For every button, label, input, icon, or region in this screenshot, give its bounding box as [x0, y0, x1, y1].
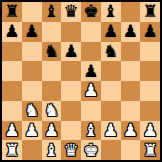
square-f1[interactable]: [101, 140, 121, 160]
black-pawn-f7[interactable]: ♟: [103, 22, 118, 41]
square-d2[interactable]: [61, 121, 81, 141]
square-c1[interactable]: ♝: [42, 140, 62, 160]
white-pawn-g2[interactable]: ♟: [123, 121, 138, 140]
square-e7[interactable]: [81, 22, 101, 42]
square-a1[interactable]: ♜: [2, 140, 22, 160]
square-g6[interactable]: [121, 42, 141, 62]
black-bishop-f8[interactable]: ♝: [103, 2, 118, 21]
white-pawn-e4[interactable]: ♟: [83, 81, 98, 100]
square-a6[interactable]: [2, 42, 22, 62]
square-c4[interactable]: [42, 81, 62, 101]
black-pawn-a7[interactable]: ♟: [4, 22, 19, 41]
square-g5[interactable]: [121, 61, 141, 81]
square-d3[interactable]: [61, 101, 81, 121]
square-f5[interactable]: [101, 61, 121, 81]
square-h6[interactable]: [140, 42, 160, 62]
square-f4[interactable]: [101, 81, 121, 101]
square-d8[interactable]: ♛: [61, 2, 81, 22]
square-g8[interactable]: [121, 2, 141, 22]
square-e6[interactable]: [81, 42, 101, 62]
square-f2[interactable]: ♟: [101, 121, 121, 141]
square-a8[interactable]: ♜: [2, 2, 22, 22]
white-bishop-e2[interactable]: ♝: [83, 121, 98, 140]
square-a2[interactable]: ♟: [2, 121, 22, 141]
square-f8[interactable]: ♝: [101, 2, 121, 22]
square-e5[interactable]: ♟: [81, 61, 101, 81]
square-g4[interactable]: [121, 81, 141, 101]
square-c7[interactable]: [42, 22, 62, 42]
white-king-e1[interactable]: ♚: [83, 141, 98, 160]
square-d5[interactable]: [61, 61, 81, 81]
white-queen-d1[interactable]: ♛: [64, 141, 79, 160]
white-bishop-c1[interactable]: ♝: [44, 141, 59, 160]
black-pawn-h7[interactable]: ♟: [143, 22, 158, 41]
square-h2[interactable]: ♟: [140, 121, 160, 141]
square-f3[interactable]: [101, 101, 121, 121]
black-pawn-d6[interactable]: ♟: [64, 42, 79, 61]
white-rook-a1[interactable]: ♜: [4, 141, 19, 160]
square-c6[interactable]: ♞: [42, 42, 62, 62]
square-d1[interactable]: ♛: [61, 140, 81, 160]
square-h8[interactable]: ♜: [140, 2, 160, 22]
black-knight-f6[interactable]: ♞: [103, 42, 118, 61]
white-pawn-a2[interactable]: ♟: [4, 121, 19, 140]
square-c2[interactable]: ♟: [42, 121, 62, 141]
square-e3[interactable]: [81, 101, 101, 121]
black-pawn-g7[interactable]: ♟: [123, 22, 138, 41]
black-queen-d8[interactable]: ♛: [64, 2, 79, 21]
square-e2[interactable]: ♝: [81, 121, 101, 141]
white-pawn-f2[interactable]: ♟: [103, 121, 118, 140]
square-b2[interactable]: ♟: [22, 121, 42, 141]
square-c5[interactable]: [42, 61, 62, 81]
black-pawn-e5[interactable]: ♟: [83, 62, 98, 81]
square-h1[interactable]: ♜: [140, 140, 160, 160]
square-c8[interactable]: ♝: [42, 2, 62, 22]
square-h3[interactable]: [140, 101, 160, 121]
white-knight-c3[interactable]: ♞: [44, 101, 59, 120]
square-h7[interactable]: ♟: [140, 22, 160, 42]
square-e8[interactable]: ♚: [81, 2, 101, 22]
square-b6[interactable]: [22, 42, 42, 62]
square-f7[interactable]: ♟: [101, 22, 121, 42]
black-rook-h8[interactable]: ♜: [143, 2, 158, 21]
square-d6[interactable]: ♟: [61, 42, 81, 62]
square-g3[interactable]: [121, 101, 141, 121]
chess-board: ♜♝♛♚♝♜♟♟♟♟♟♞♟♞♟♟♞♞♟♟♟♝♟♟♟♜♝♛♚♜: [0, 0, 162, 162]
square-a5[interactable]: [2, 61, 22, 81]
square-b1[interactable]: [22, 140, 42, 160]
square-b8[interactable]: [22, 2, 42, 22]
square-e4[interactable]: ♟: [81, 81, 101, 101]
white-knight-b3[interactable]: ♞: [24, 101, 39, 120]
square-b4[interactable]: [22, 81, 42, 101]
square-b3[interactable]: ♞: [22, 101, 42, 121]
square-d4[interactable]: [61, 81, 81, 101]
square-h5[interactable]: [140, 61, 160, 81]
square-h4[interactable]: [140, 81, 160, 101]
square-c3[interactable]: ♞: [42, 101, 62, 121]
black-knight-c6[interactable]: ♞: [44, 42, 59, 61]
white-pawn-c2[interactable]: ♟: [44, 121, 59, 140]
square-e1[interactable]: ♚: [81, 140, 101, 160]
square-a4[interactable]: [2, 81, 22, 101]
square-d7[interactable]: [61, 22, 81, 42]
black-king-e8[interactable]: ♚: [83, 2, 98, 21]
square-g1[interactable]: [121, 140, 141, 160]
square-g7[interactable]: ♟: [121, 22, 141, 42]
square-a7[interactable]: ♟: [2, 22, 22, 42]
square-b5[interactable]: [22, 61, 42, 81]
white-rook-h1[interactable]: ♜: [143, 141, 158, 160]
square-a3[interactable]: [2, 101, 22, 121]
black-bishop-c8[interactable]: ♝: [44, 2, 59, 21]
black-rook-a8[interactable]: ♜: [4, 2, 19, 21]
black-pawn-b7[interactable]: ♟: [24, 22, 39, 41]
square-f6[interactable]: ♞: [101, 42, 121, 62]
square-b7[interactable]: ♟: [22, 22, 42, 42]
square-g2[interactable]: ♟: [121, 121, 141, 141]
white-pawn-b2[interactable]: ♟: [24, 121, 39, 140]
white-pawn-h2[interactable]: ♟: [143, 121, 158, 140]
